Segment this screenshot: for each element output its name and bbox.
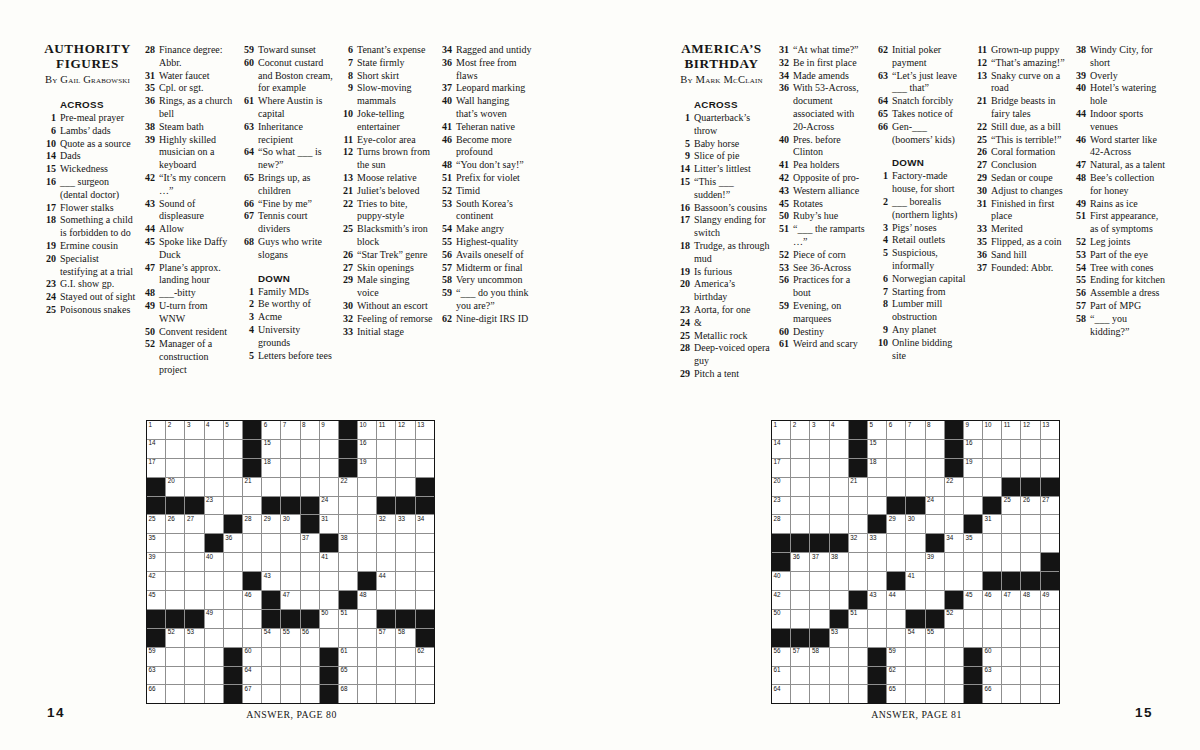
grid-cell[interactable]	[926, 572, 944, 590]
grid-cell[interactable]: 18	[868, 459, 886, 477]
grid-cell[interactable]: 30	[281, 515, 299, 533]
grid-cell[interactable]: 11	[1002, 421, 1020, 439]
grid-cell[interactable]: 2	[791, 421, 809, 439]
grid-cell[interactable]	[791, 478, 809, 496]
grid-cell[interactable]	[185, 459, 203, 477]
grid-cell[interactable]	[964, 610, 982, 628]
grid-cell[interactable]	[926, 685, 944, 703]
grid-cell[interactable]: 64	[243, 667, 261, 685]
grid-cell[interactable]	[1021, 610, 1039, 628]
grid-cell[interactable]	[1002, 440, 1020, 458]
grid-cell[interactable]	[185, 648, 203, 666]
grid-cell[interactable]	[281, 459, 299, 477]
grid-cell[interactable]	[301, 440, 319, 458]
grid-cell[interactable]: 36	[224, 534, 242, 552]
grid-cell[interactable]	[281, 553, 299, 571]
grid-cell[interactable]	[983, 553, 1001, 571]
grid-cell[interactable]	[416, 685, 434, 703]
grid-cell[interactable]	[983, 440, 1001, 458]
grid-cell[interactable]	[1021, 629, 1039, 647]
grid-cell[interactable]	[983, 459, 1001, 477]
grid-cell[interactable]: 45	[147, 591, 165, 609]
grid-cell[interactable]: 29	[887, 515, 905, 533]
grid-cell[interactable]	[281, 478, 299, 496]
grid-cell[interactable]	[205, 515, 223, 533]
grid-cell[interactable]	[830, 572, 848, 590]
grid-cell[interactable]: 45	[964, 591, 982, 609]
grid-cell[interactable]	[185, 572, 203, 590]
grid-cell[interactable]: 65	[887, 685, 905, 703]
grid-cell[interactable]: 56	[772, 648, 790, 666]
grid-cell[interactable]	[281, 648, 299, 666]
grid-cell[interactable]: 50	[772, 610, 790, 628]
grid-cell[interactable]	[849, 515, 867, 533]
grid-cell[interactable]	[1021, 667, 1039, 685]
grid-cell[interactable]	[945, 648, 963, 666]
grid-cell[interactable]	[262, 685, 280, 703]
grid-cell[interactable]	[868, 610, 886, 628]
grid-cell[interactable]	[416, 553, 434, 571]
grid-cell[interactable]: 12	[396, 421, 414, 439]
grid-cell[interactable]	[868, 553, 886, 571]
grid-cell[interactable]: 53	[185, 629, 203, 647]
grid-cell[interactable]	[301, 478, 319, 496]
grid-cell[interactable]	[185, 591, 203, 609]
grid-cell[interactable]	[791, 459, 809, 477]
grid-cell[interactable]	[964, 478, 982, 496]
grid-cell[interactable]: 22	[339, 478, 357, 496]
grid-cell[interactable]: 44	[887, 591, 905, 609]
grid-cell[interactable]: 9	[320, 421, 338, 439]
grid-cell[interactable]	[224, 629, 242, 647]
grid-cell[interactable]: 37	[810, 553, 828, 571]
grid-cell[interactable]	[377, 478, 395, 496]
grid-cell[interactable]: 36	[791, 553, 809, 571]
grid-cell[interactable]: 8	[301, 421, 319, 439]
grid-cell[interactable]	[320, 591, 338, 609]
grid-cell[interactable]: 23	[205, 497, 223, 515]
grid-cell[interactable]	[849, 497, 867, 515]
grid-cell[interactable]	[906, 648, 924, 666]
grid-cell[interactable]: 35	[147, 534, 165, 552]
grid-cell[interactable]: 10	[983, 421, 1001, 439]
grid-cell[interactable]: 47	[1002, 591, 1020, 609]
grid-cell[interactable]: 5	[224, 421, 242, 439]
grid-cell[interactable]	[1021, 440, 1039, 458]
grid-cell[interactable]: 31	[983, 515, 1001, 533]
grid-cell[interactable]	[185, 534, 203, 552]
grid-cell[interactable]: 34	[416, 515, 434, 533]
grid-cell[interactable]	[320, 572, 338, 590]
grid-cell[interactable]	[1021, 515, 1039, 533]
grid-cell[interactable]: 22	[945, 478, 963, 496]
grid-cell[interactable]	[791, 591, 809, 609]
grid-cell[interactable]	[1041, 667, 1059, 685]
grid-cell[interactable]: 7	[906, 421, 924, 439]
grid-cell[interactable]	[205, 629, 223, 647]
grid-cell[interactable]: 49	[1041, 591, 1059, 609]
grid-cell[interactable]	[377, 440, 395, 458]
grid-cell[interactable]: 28	[772, 515, 790, 533]
grid-cell[interactable]	[358, 610, 376, 628]
grid-cell[interactable]: 34	[945, 534, 963, 552]
grid-cell[interactable]: 42	[147, 572, 165, 590]
grid-cell[interactable]: 50	[320, 610, 338, 628]
grid-cell[interactable]	[224, 459, 242, 477]
grid-cell[interactable]: 19	[964, 459, 982, 477]
grid-cell[interactable]: 65	[339, 667, 357, 685]
grid-cell[interactable]: 6	[887, 421, 905, 439]
grid-cell[interactable]: 68	[339, 685, 357, 703]
grid-cell[interactable]	[810, 459, 828, 477]
grid-cell[interactable]	[926, 591, 944, 609]
grid-cell[interactable]	[377, 648, 395, 666]
grid-cell[interactable]	[396, 572, 414, 590]
grid-cell[interactable]	[1002, 553, 1020, 571]
grid-cell[interactable]: 48	[1021, 591, 1039, 609]
grid-cell[interactable]	[849, 553, 867, 571]
grid-cell[interactable]	[887, 629, 905, 647]
grid-cell[interactable]	[906, 459, 924, 477]
grid-cell[interactable]	[830, 515, 848, 533]
grid-cell[interactable]	[945, 685, 963, 703]
grid-cell[interactable]	[358, 685, 376, 703]
grid-cell[interactable]: 32	[377, 515, 395, 533]
grid-cell[interactable]	[1002, 534, 1020, 552]
grid-cell[interactable]	[205, 648, 223, 666]
grid-cell[interactable]	[262, 667, 280, 685]
grid-cell[interactable]: 30	[906, 515, 924, 533]
grid-cell[interactable]	[791, 667, 809, 685]
grid-cell[interactable]: 60	[983, 648, 1001, 666]
grid-cell[interactable]	[906, 591, 924, 609]
grid-cell[interactable]	[983, 478, 1001, 496]
grid-cell[interactable]: 38	[339, 534, 357, 552]
grid-cell[interactable]	[358, 648, 376, 666]
grid-cell[interactable]	[1041, 648, 1059, 666]
grid-cell[interactable]: 15	[868, 440, 886, 458]
grid-cell[interactable]	[396, 534, 414, 552]
grid-cell[interactable]	[926, 667, 944, 685]
grid-cell[interactable]	[396, 553, 414, 571]
grid-cell[interactable]: 24	[926, 497, 944, 515]
grid-cell[interactable]: 37	[301, 534, 319, 552]
grid-cell[interactable]: 18	[262, 459, 280, 477]
grid-cell[interactable]	[945, 629, 963, 647]
grid-cell[interactable]: 33	[396, 515, 414, 533]
grid-cell[interactable]	[205, 440, 223, 458]
grid-cell[interactable]	[243, 534, 261, 552]
grid-cell[interactable]	[377, 591, 395, 609]
grid-cell[interactable]	[396, 440, 414, 458]
grid-cell[interactable]	[358, 534, 376, 552]
grid-cell[interactable]	[791, 572, 809, 590]
grid-cell[interactable]	[358, 667, 376, 685]
grid-cell[interactable]	[1041, 459, 1059, 477]
grid-cell[interactable]	[945, 553, 963, 571]
grid-cell[interactable]: 26	[1021, 497, 1039, 515]
grid-cell[interactable]	[205, 667, 223, 685]
grid-cell[interactable]	[377, 553, 395, 571]
grid-cell[interactable]: 57	[791, 648, 809, 666]
grid-cell[interactable]	[830, 497, 848, 515]
grid-cell[interactable]: 41	[906, 572, 924, 590]
grid-cell[interactable]	[281, 572, 299, 590]
grid-cell[interactable]: 40	[772, 572, 790, 590]
grid-cell[interactable]	[810, 572, 828, 590]
grid-cell[interactable]	[906, 478, 924, 496]
grid-cell[interactable]	[1041, 685, 1059, 703]
grid-cell[interactable]	[205, 478, 223, 496]
grid-cell[interactable]: 14	[147, 440, 165, 458]
grid-cell[interactable]: 12	[1021, 421, 1039, 439]
grid-cell[interactable]: 44	[377, 572, 395, 590]
grid-cell[interactable]	[262, 534, 280, 552]
grid-cell[interactable]	[926, 515, 944, 533]
grid-cell[interactable]	[926, 459, 944, 477]
grid-cell[interactable]	[377, 685, 395, 703]
grid-cell[interactable]	[1021, 648, 1039, 666]
grid-cell[interactable]	[301, 591, 319, 609]
grid-cell[interactable]	[166, 440, 184, 458]
grid-cell[interactable]	[396, 667, 414, 685]
grid-cell[interactable]	[810, 440, 828, 458]
grid-cell[interactable]: 63	[147, 667, 165, 685]
grid-cell[interactable]	[377, 459, 395, 477]
grid-cell[interactable]	[262, 648, 280, 666]
grid-cell[interactable]: 1	[772, 421, 790, 439]
grid-cell[interactable]	[320, 440, 338, 458]
grid-cell[interactable]	[926, 440, 944, 458]
grid-cell[interactable]	[243, 610, 261, 628]
grid-cell[interactable]	[301, 572, 319, 590]
grid-cell[interactable]: 20	[166, 478, 184, 496]
grid-cell[interactable]	[791, 497, 809, 515]
grid-cell[interactable]	[1002, 629, 1020, 647]
grid-cell[interactable]: 51	[849, 610, 867, 628]
grid-cell[interactable]	[791, 515, 809, 533]
grid-cell[interactable]	[964, 497, 982, 515]
grid-cell[interactable]: 60	[243, 648, 261, 666]
grid-cell[interactable]	[945, 667, 963, 685]
grid-cell[interactable]	[1021, 553, 1039, 571]
grid-cell[interactable]	[1041, 610, 1059, 628]
grid-cell[interactable]	[983, 629, 1001, 647]
grid-cell[interactable]: 57	[377, 629, 395, 647]
grid-cell[interactable]: 66	[147, 685, 165, 703]
grid-cell[interactable]: 43	[262, 572, 280, 590]
grid-cell[interactable]	[301, 685, 319, 703]
grid-cell[interactable]: 58	[810, 648, 828, 666]
grid-cell[interactable]: 7	[281, 421, 299, 439]
grid-cell[interactable]	[166, 459, 184, 477]
grid-cell[interactable]	[887, 459, 905, 477]
grid-cell[interactable]	[320, 478, 338, 496]
grid-cell[interactable]: 47	[281, 591, 299, 609]
grid-cell[interactable]: 67	[243, 685, 261, 703]
grid-cell[interactable]	[868, 478, 886, 496]
grid-cell[interactable]	[262, 478, 280, 496]
grid-cell[interactable]	[964, 629, 982, 647]
grid-cell[interactable]	[830, 685, 848, 703]
grid-cell[interactable]: 46	[983, 591, 1001, 609]
grid-cell[interactable]: 15	[262, 440, 280, 458]
grid-cell[interactable]	[224, 610, 242, 628]
grid-cell[interactable]	[416, 667, 434, 685]
grid-cell[interactable]	[964, 572, 982, 590]
grid-cell[interactable]	[224, 572, 242, 590]
grid-cell[interactable]: 52	[945, 610, 963, 628]
grid-cell[interactable]	[205, 591, 223, 609]
grid-cell[interactable]	[339, 572, 357, 590]
grid-cell[interactable]: 20	[772, 478, 790, 496]
grid-cell[interactable]: 53	[830, 629, 848, 647]
grid-cell[interactable]: 62	[416, 648, 434, 666]
grid-cell[interactable]	[166, 591, 184, 609]
grid-cell[interactable]	[926, 648, 944, 666]
grid-cell[interactable]: 55	[926, 629, 944, 647]
grid-cell[interactable]: 48	[358, 591, 376, 609]
grid-cell[interactable]	[339, 515, 357, 533]
grid-cell[interactable]	[243, 497, 261, 515]
grid-cell[interactable]	[810, 591, 828, 609]
grid-cell[interactable]	[887, 478, 905, 496]
grid-cell[interactable]	[301, 648, 319, 666]
grid-cell[interactable]	[964, 553, 982, 571]
grid-cell[interactable]	[224, 591, 242, 609]
grid-cell[interactable]	[358, 553, 376, 571]
grid-cell[interactable]	[166, 534, 184, 552]
grid-cell[interactable]	[906, 667, 924, 685]
grid-cell[interactable]: 54	[262, 629, 280, 647]
grid-cell[interactable]: 27	[185, 515, 203, 533]
grid-cell[interactable]	[166, 667, 184, 685]
grid-cell[interactable]	[926, 478, 944, 496]
grid-cell[interactable]: 10	[358, 421, 376, 439]
grid-cell[interactable]: 56	[301, 629, 319, 647]
grid-cell[interactable]	[396, 685, 414, 703]
grid-cell[interactable]	[830, 591, 848, 609]
grid-cell[interactable]	[791, 440, 809, 458]
grid-cell[interactable]: 2	[166, 421, 184, 439]
grid-cell[interactable]: 33	[868, 534, 886, 552]
grid-cell[interactable]: 31	[320, 515, 338, 533]
grid-cell[interactable]	[224, 553, 242, 571]
grid-cell[interactable]	[983, 610, 1001, 628]
grid-cell[interactable]	[396, 591, 414, 609]
grid-cell[interactable]: 21	[243, 478, 261, 496]
grid-cell[interactable]	[243, 629, 261, 647]
grid-cell[interactable]	[810, 667, 828, 685]
grid-cell[interactable]	[868, 497, 886, 515]
grid-cell[interactable]: 23	[772, 497, 790, 515]
grid-cell[interactable]	[849, 629, 867, 647]
grid-cell[interactable]: 59	[147, 648, 165, 666]
grid-cell[interactable]	[358, 478, 376, 496]
grid-cell[interactable]: 41	[320, 553, 338, 571]
grid-cell[interactable]	[887, 534, 905, 552]
grid-cell[interactable]: 35	[964, 534, 982, 552]
grid-cell[interactable]: 49	[205, 610, 223, 628]
grid-cell[interactable]	[224, 497, 242, 515]
grid-cell[interactable]	[358, 629, 376, 647]
grid-cell[interactable]: 14	[772, 440, 790, 458]
grid-cell[interactable]	[377, 667, 395, 685]
grid-cell[interactable]: 54	[906, 629, 924, 647]
grid-cell[interactable]	[281, 534, 299, 552]
grid-cell[interactable]	[906, 534, 924, 552]
grid-cell[interactable]: 40	[205, 553, 223, 571]
grid-cell[interactable]	[358, 515, 376, 533]
grid-cell[interactable]	[1002, 610, 1020, 628]
grid-cell[interactable]	[906, 685, 924, 703]
grid-cell[interactable]	[339, 497, 357, 515]
grid-cell[interactable]: 46	[243, 591, 261, 609]
grid-cell[interactable]	[887, 440, 905, 458]
grid-cell[interactable]	[166, 572, 184, 590]
grid-cell[interactable]: 61	[772, 667, 790, 685]
grid-cell[interactable]	[1041, 440, 1059, 458]
grid-cell[interactable]	[1021, 534, 1039, 552]
grid-cell[interactable]	[320, 459, 338, 477]
grid-cell[interactable]	[224, 478, 242, 496]
grid-cell[interactable]	[185, 667, 203, 685]
grid-cell[interactable]: 1	[147, 421, 165, 439]
grid-cell[interactable]: 39	[926, 553, 944, 571]
grid-cell[interactable]	[810, 610, 828, 628]
grid-cell[interactable]: 3	[185, 421, 203, 439]
grid-cell[interactable]	[301, 667, 319, 685]
grid-cell[interactable]	[281, 685, 299, 703]
grid-cell[interactable]	[810, 685, 828, 703]
grid-cell[interactable]: 42	[772, 591, 790, 609]
grid-cell[interactable]: 24	[320, 497, 338, 515]
grid-cell[interactable]	[396, 459, 414, 477]
grid-cell[interactable]: 5	[868, 421, 886, 439]
grid-cell[interactable]	[810, 478, 828, 496]
grid-cell[interactable]	[1002, 459, 1020, 477]
grid-cell[interactable]	[396, 478, 414, 496]
grid-cell[interactable]	[1021, 459, 1039, 477]
grid-cell[interactable]	[339, 629, 357, 647]
grid-cell[interactable]: 21	[849, 478, 867, 496]
grid-cell[interactable]: 66	[983, 685, 1001, 703]
grid-cell[interactable]: 52	[166, 629, 184, 647]
grid-cell[interactable]: 26	[166, 515, 184, 533]
grid-cell[interactable]	[849, 572, 867, 590]
grid-cell[interactable]	[166, 648, 184, 666]
grid-cell[interactable]	[320, 629, 338, 647]
grid-cell[interactable]: 19	[358, 459, 376, 477]
grid-cell[interactable]	[1002, 667, 1020, 685]
grid-cell[interactable]	[358, 497, 376, 515]
grid-cell[interactable]	[377, 534, 395, 552]
grid-cell[interactable]	[205, 459, 223, 477]
grid-cell[interactable]: 64	[772, 685, 790, 703]
grid-cell[interactable]: 58	[396, 629, 414, 647]
grid-cell[interactable]: 4	[830, 421, 848, 439]
grid-cell[interactable]: 62	[887, 667, 905, 685]
grid-cell[interactable]: 55	[281, 629, 299, 647]
grid-cell[interactable]: 39	[147, 553, 165, 571]
grid-cell[interactable]	[396, 648, 414, 666]
grid-cell[interactable]: 25	[1002, 497, 1020, 515]
grid-cell[interactable]: 28	[243, 515, 261, 533]
grid-cell[interactable]: 27	[1041, 497, 1059, 515]
grid-cell[interactable]	[945, 572, 963, 590]
grid-cell[interactable]	[416, 459, 434, 477]
grid-cell[interactable]	[849, 685, 867, 703]
